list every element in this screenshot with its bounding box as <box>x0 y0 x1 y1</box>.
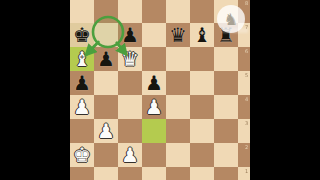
square-b6[interactable]: ♟ <box>94 47 118 71</box>
square-g6[interactable] <box>214 47 238 71</box>
square-g1[interactable]: g <box>214 167 238 180</box>
square-a3[interactable] <box>70 119 94 143</box>
square-d5[interactable]: ♟ <box>142 71 166 95</box>
piece-black-pawn[interactable]: ♟ <box>118 23 142 47</box>
square-g8[interactable] <box>214 0 238 23</box>
square-a6[interactable]: ♝ <box>70 47 94 71</box>
letterbox-left <box>0 0 70 180</box>
square-g3[interactable] <box>214 119 238 143</box>
piece-white-pawn[interactable]: ♟ <box>118 143 142 167</box>
square-e8[interactable] <box>166 0 190 23</box>
square-c1[interactable]: c <box>118 167 142 180</box>
rank-label-2: 2 <box>245 145 248 150</box>
piece-black-queen[interactable]: ♛ <box>166 23 190 47</box>
rank-label-8: 8 <box>245 1 248 6</box>
square-a2[interactable]: ♚ <box>70 143 94 167</box>
square-e6[interactable] <box>166 47 190 71</box>
square-h1[interactable]: h1 <box>238 167 250 180</box>
square-b5[interactable] <box>94 71 118 95</box>
rank-label-6: 6 <box>245 49 248 54</box>
chess-board: 8♚♟♛♝♜7♝♟♛6♟♟5♟♟4♟3♚♟2abcdefgh1 <box>70 0 250 180</box>
rank-label-1: 1 <box>245 169 248 174</box>
piece-black-king[interactable]: ♚ <box>70 23 94 47</box>
square-f5[interactable] <box>190 71 214 95</box>
letterbox-right <box>250 0 320 180</box>
square-c6[interactable]: ♛ <box>118 47 142 71</box>
square-b3[interactable]: ♟ <box>94 119 118 143</box>
square-g4[interactable] <box>214 95 238 119</box>
square-e2[interactable] <box>166 143 190 167</box>
rank-label-4: 4 <box>245 97 248 102</box>
square-b2[interactable] <box>94 143 118 167</box>
square-d2[interactable] <box>142 143 166 167</box>
square-g5[interactable] <box>214 71 238 95</box>
piece-black-pawn[interactable]: ♟ <box>94 47 118 71</box>
square-b8[interactable] <box>94 0 118 23</box>
square-h5[interactable]: 5 <box>238 71 250 95</box>
square-e5[interactable] <box>166 71 190 95</box>
square-c2[interactable]: ♟ <box>118 143 142 167</box>
video-frame: 8♚♟♛♝♜7♝♟♛6♟♟5♟♟4♟3♚♟2abcdefgh1 ♞ <box>0 0 320 180</box>
square-e7[interactable]: ♛ <box>166 23 190 47</box>
square-h3[interactable]: 3 <box>238 119 250 143</box>
square-g2[interactable] <box>214 143 238 167</box>
square-d7[interactable] <box>142 23 166 47</box>
square-b4[interactable] <box>94 95 118 119</box>
piece-white-pawn[interactable]: ♟ <box>94 119 118 143</box>
square-f4[interactable] <box>190 95 214 119</box>
square-d3[interactable] <box>142 119 166 143</box>
rank-label-5: 5 <box>245 73 248 78</box>
piece-black-pawn[interactable]: ♟ <box>142 71 166 95</box>
square-f2[interactable] <box>190 143 214 167</box>
piece-white-king[interactable]: ♚ <box>70 143 94 167</box>
square-c7[interactable]: ♟ <box>118 23 142 47</box>
piece-white-pawn[interactable]: ♟ <box>142 95 166 119</box>
square-a5[interactable]: ♟ <box>70 71 94 95</box>
square-g7[interactable]: ♜ <box>214 23 238 47</box>
piece-black-pawn[interactable]: ♟ <box>70 71 94 95</box>
square-f6[interactable] <box>190 47 214 71</box>
square-d4[interactable]: ♟ <box>142 95 166 119</box>
square-f7[interactable]: ♝ <box>190 23 214 47</box>
square-d8[interactable] <box>142 0 166 23</box>
square-h2[interactable]: 2 <box>238 143 250 167</box>
square-e4[interactable] <box>166 95 190 119</box>
square-c5[interactable] <box>118 71 142 95</box>
square-b7[interactable] <box>94 23 118 47</box>
piece-white-pawn[interactable]: ♟ <box>70 95 94 119</box>
square-a4[interactable]: ♟ <box>70 95 94 119</box>
piece-white-queen[interactable]: ♛ <box>118 47 142 71</box>
board-window: 8♚♟♛♝♜7♝♟♛6♟♟5♟♟4♟3♚♟2abcdefgh1 ♞ <box>70 0 250 180</box>
square-h7[interactable]: 7 <box>238 23 250 47</box>
square-b1[interactable]: b <box>94 167 118 180</box>
square-h8[interactable]: 8 <box>238 0 250 23</box>
rank-label-7: 7 <box>245 25 248 30</box>
rank-label-3: 3 <box>245 121 248 126</box>
square-d6[interactable] <box>142 47 166 71</box>
square-h6[interactable]: 6 <box>238 47 250 71</box>
piece-black-bishop[interactable]: ♝ <box>190 23 214 47</box>
square-f8[interactable] <box>190 0 214 23</box>
square-h4[interactable]: 4 <box>238 95 250 119</box>
square-f3[interactable] <box>190 119 214 143</box>
square-a7[interactable]: ♚ <box>70 23 94 47</box>
square-e3[interactable] <box>166 119 190 143</box>
piece-black-rook[interactable]: ♜ <box>214 23 238 47</box>
square-c8[interactable] <box>118 0 142 23</box>
square-c4[interactable] <box>118 95 142 119</box>
square-f1[interactable]: f <box>190 167 214 180</box>
square-a1[interactable]: a <box>70 167 94 180</box>
piece-white-bishop[interactable]: ♝ <box>70 47 94 71</box>
square-d1[interactable]: d <box>142 167 166 180</box>
square-c3[interactable] <box>118 119 142 143</box>
square-e1[interactable]: e <box>166 167 190 180</box>
square-a8[interactable] <box>70 0 94 23</box>
